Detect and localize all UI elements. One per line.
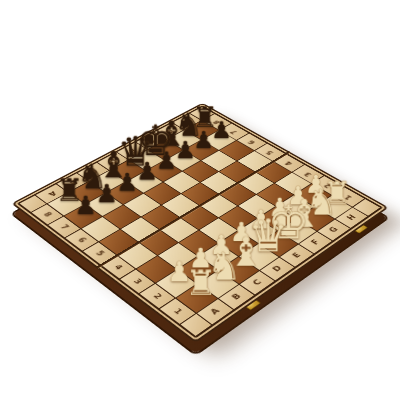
square-c6[interactable] bbox=[124, 194, 161, 217]
product-photo-scene: ABCDEFGH8♜♞♝♛♚♝♞♜87♟♟♟♟♟♟♟♟7665544332♟♟♟… bbox=[0, 0, 400, 400]
piece-black-pawn[interactable]: ♟ bbox=[72, 193, 98, 218]
chess-board[interactable]: ABCDEFGH8♜♞♝♛♚♝♞♜87♟♟♟♟♟♟♟♟7665544332♟♟♟… bbox=[17, 106, 383, 339]
board-3d-wrap: ABCDEFGH8♜♞♝♛♚♝♞♜87♟♟♟♟♟♟♟♟7665544332♟♟♟… bbox=[17, 106, 383, 339]
piece-white-rook[interactable]: ♜ bbox=[185, 266, 214, 301]
square-f4[interactable] bbox=[219, 183, 255, 205]
